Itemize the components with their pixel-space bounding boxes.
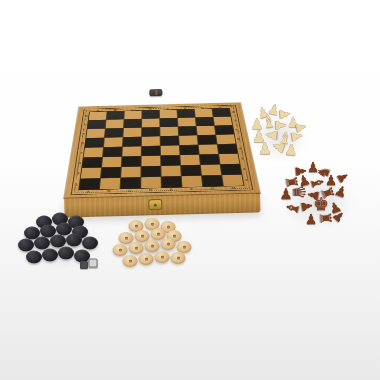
- black-checker: [42, 249, 58, 262]
- brown-chess-piece-pawn: ♟: [333, 183, 350, 200]
- light-checker: [145, 240, 160, 252]
- light-chess-piece-pawn: ♟: [270, 138, 289, 156]
- brown-chess-piece-pawn: ♟: [325, 173, 338, 187]
- product-photo-scene: AABBCCDDEEFFGGHH8877665544332211 ♟♟♟♟♝♟♟…: [0, 0, 380, 380]
- pieces-layer: ♟♟♟♟♝♟♟♟♟♟♝♟♟♟♟♟♟♞♜♟♝♟♟♟♛♟♜♟♝♟♚♟♟♜♟: [0, 0, 380, 380]
- brown-chess-piece-rook: ♜: [318, 184, 337, 202]
- light-chess-piece-pawn: ♟: [293, 120, 309, 135]
- brown-chess-piece-bishop: ♝: [283, 199, 302, 217]
- light-checker: [155, 251, 170, 263]
- light-checker: [113, 244, 128, 256]
- brown-chess-piece-queen: ♛: [290, 184, 308, 201]
- brown-chess-piece-pawn: ♟: [299, 199, 315, 214]
- brown-chess-piece-pawn: ♟: [330, 208, 347, 225]
- light-chess-piece-pawn: ♟: [284, 142, 299, 158]
- brown-chess-piece-king: ♚: [313, 195, 329, 213]
- brown-chess-piece-bishop: ♝: [307, 174, 326, 192]
- light-chess-piece-pawn: ♟: [255, 104, 271, 121]
- black-checker: [50, 235, 66, 248]
- black-checker: [82, 237, 98, 250]
- brown-chess-piece-pawn: ♟: [279, 187, 292, 202]
- light-chess-piece-pawn: ♟: [252, 129, 266, 145]
- brown-chess-piece-pawn: ♟: [293, 164, 308, 178]
- light-chess-piece-bishop: ♝: [261, 113, 277, 131]
- light-checker: [123, 255, 138, 267]
- black-checker: [26, 251, 42, 264]
- brown-chess-piece-pawn: ♟: [296, 172, 312, 189]
- light-checker: [129, 242, 144, 254]
- black-checker: [58, 247, 74, 260]
- brown-chess-piece-pawn: ♟: [307, 160, 320, 174]
- brown-chess-piece-pawn: ♟: [327, 199, 344, 216]
- brown-chess-piece-rook: ♜: [317, 211, 333, 226]
- light-checker: [161, 238, 176, 250]
- light-chess-piece-pawn: ♟: [250, 117, 263, 132]
- brown-chess-piece-rook: ♜: [282, 174, 299, 190]
- die-2: [89, 259, 98, 268]
- black-checker: [18, 239, 34, 252]
- light-chess-piece-pawn: ♟: [258, 141, 272, 157]
- light-chess-piece-pawn: ♟: [266, 101, 281, 117]
- die-1: [80, 261, 88, 269]
- light-chess-piece-pawn: ♟: [274, 119, 288, 132]
- light-chess-piece-pawn: ♟: [264, 128, 280, 143]
- black-checker: [34, 237, 50, 250]
- light-chess-piece-bishop: ♝: [277, 129, 294, 147]
- light-chess-piece-pawn: ♟: [289, 129, 305, 144]
- brown-chess-piece-knight: ♞: [315, 163, 334, 181]
- brown-chess-piece-pawn: ♟: [334, 169, 351, 186]
- light-checker: [171, 252, 186, 264]
- brown-chess-piece-pawn: ♟: [305, 212, 318, 226]
- light-checker: [139, 253, 154, 265]
- black-checker: [66, 234, 82, 247]
- light-chess-piece-pawn: ♟: [277, 107, 292, 121]
- light-chess-piece-pawn: ♟: [287, 115, 300, 129]
- brown-chess-piece-pawn: ♟: [305, 188, 321, 203]
